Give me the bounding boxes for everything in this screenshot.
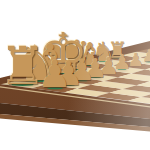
pieces-layer: ♜♟♞♟♝♟♛♟♚♟♝♟♞♟♜♟ — [0, 0, 150, 150]
piece-white-p-h2: ♟ — [38, 57, 72, 95]
p-piece-glyph: ♟ — [38, 57, 72, 95]
chess-product-photo: ♜♟♞♟♝♟♛♟♚♟♝♟♞♟♜♟ — [0, 0, 150, 150]
